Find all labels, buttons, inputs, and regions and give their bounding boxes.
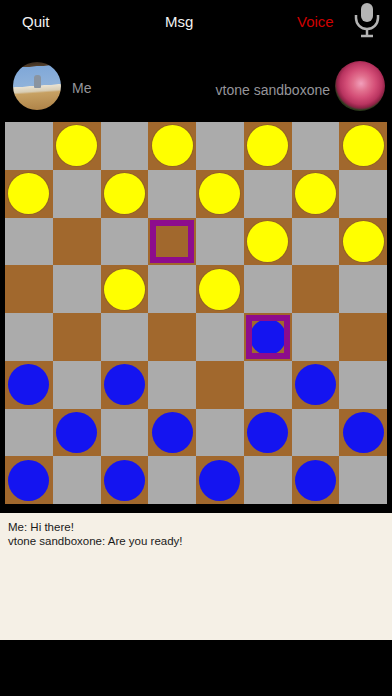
square-r4c2 xyxy=(53,265,101,313)
square-r5c6[interactable] xyxy=(244,313,292,361)
chat-area: Me: Hi there!vtone sandboxone: Are you r… xyxy=(0,513,392,640)
square-r2c6 xyxy=(244,170,292,218)
square-r6c4 xyxy=(148,361,196,409)
yellow-checker-piece[interactable] xyxy=(104,269,145,310)
square-r7c7 xyxy=(292,409,340,457)
square-r7c5 xyxy=(196,409,244,457)
square-r1c6[interactable] xyxy=(244,122,292,170)
square-r5c3 xyxy=(101,313,149,361)
square-r4c7[interactable] xyxy=(292,265,340,313)
microphone-icon[interactable] xyxy=(351,2,383,38)
square-r5c1 xyxy=(5,313,53,361)
yellow-checker-piece[interactable] xyxy=(247,221,288,262)
square-r6c2 xyxy=(53,361,101,409)
square-r4c6 xyxy=(244,265,292,313)
square-r5c8[interactable] xyxy=(339,313,387,361)
square-r8c2 xyxy=(53,456,101,504)
yellow-checker-piece[interactable] xyxy=(295,173,336,214)
square-r6c3[interactable] xyxy=(101,361,149,409)
square-r1c3 xyxy=(101,122,149,170)
blue-checker-piece[interactable] xyxy=(250,319,286,355)
quit-button[interactable]: Quit xyxy=(22,13,50,30)
yellow-checker-piece[interactable] xyxy=(56,125,97,166)
my-player-label: Me xyxy=(72,80,91,96)
my-avatar xyxy=(13,62,61,110)
square-r7c8[interactable] xyxy=(339,409,387,457)
square-r8c7[interactable] xyxy=(292,456,340,504)
square-r6c7[interactable] xyxy=(292,361,340,409)
blue-checker-piece[interactable] xyxy=(56,412,97,453)
square-r8c4 xyxy=(148,456,196,504)
square-r4c8 xyxy=(339,265,387,313)
square-r6c8 xyxy=(339,361,387,409)
square-r3c3 xyxy=(101,218,149,266)
square-r5c4[interactable] xyxy=(148,313,196,361)
bottom-bar: Resign Draw xyxy=(0,640,392,696)
square-r6c5[interactable] xyxy=(196,361,244,409)
blue-checker-piece[interactable] xyxy=(152,412,193,453)
avatar-person-figure xyxy=(34,75,41,88)
square-r7c6[interactable] xyxy=(244,409,292,457)
blue-checker-piece[interactable] xyxy=(295,364,336,405)
square-r6c6 xyxy=(244,361,292,409)
square-r3c6[interactable] xyxy=(244,218,292,266)
checkers-app-screen: Quit Msg Voice Me vtone sandboxone Me: H… xyxy=(0,0,392,696)
square-r2c4 xyxy=(148,170,196,218)
yellow-checker-piece[interactable] xyxy=(247,125,288,166)
blue-checker-piece[interactable] xyxy=(104,460,145,501)
square-r7c4[interactable] xyxy=(148,409,196,457)
opponent-avatar xyxy=(335,61,385,111)
square-r8c8 xyxy=(339,456,387,504)
msg-button[interactable]: Msg xyxy=(165,13,193,30)
square-r5c5 xyxy=(196,313,244,361)
square-r7c2[interactable] xyxy=(53,409,101,457)
square-r7c3 xyxy=(101,409,149,457)
square-r3c1 xyxy=(5,218,53,266)
square-r4c1[interactable] xyxy=(5,265,53,313)
chat-message: vtone sandboxone: Are you ready! xyxy=(8,534,384,548)
square-r7c1 xyxy=(5,409,53,457)
square-r4c3[interactable] xyxy=(101,265,149,313)
checkers-board[interactable] xyxy=(5,122,387,504)
yellow-checker-piece[interactable] xyxy=(343,221,384,262)
square-r2c5[interactable] xyxy=(196,170,244,218)
voice-button[interactable]: Voice xyxy=(297,13,334,30)
square-r8c1[interactable] xyxy=(5,456,53,504)
yellow-checker-piece[interactable] xyxy=(199,173,240,214)
blue-checker-piece[interactable] xyxy=(104,364,145,405)
blue-checker-piece[interactable] xyxy=(199,460,240,501)
square-r3c7 xyxy=(292,218,340,266)
square-r1c5 xyxy=(196,122,244,170)
blue-checker-piece[interactable] xyxy=(8,364,49,405)
square-r4c5[interactable] xyxy=(196,265,244,313)
square-r6c1[interactable] xyxy=(5,361,53,409)
blue-checker-piece[interactable] xyxy=(295,460,336,501)
square-r3c8[interactable] xyxy=(339,218,387,266)
square-r3c5 xyxy=(196,218,244,266)
blue-checker-piece[interactable] xyxy=(343,412,384,453)
square-r8c5[interactable] xyxy=(196,456,244,504)
square-r2c2 xyxy=(53,170,101,218)
square-r1c1 xyxy=(5,122,53,170)
yellow-checker-piece[interactable] xyxy=(8,173,49,214)
square-r2c8 xyxy=(339,170,387,218)
square-r1c4[interactable] xyxy=(148,122,196,170)
yellow-checker-piece[interactable] xyxy=(343,125,384,166)
blue-checker-piece[interactable] xyxy=(8,460,49,501)
square-r1c8[interactable] xyxy=(339,122,387,170)
square-r2c1[interactable] xyxy=(5,170,53,218)
chat-message: Me: Hi there! xyxy=(8,520,384,534)
square-r8c6 xyxy=(244,456,292,504)
square-r8c3[interactable] xyxy=(101,456,149,504)
square-r4c4 xyxy=(148,265,196,313)
blue-checker-piece[interactable] xyxy=(247,412,288,453)
square-r5c2[interactable] xyxy=(53,313,101,361)
square-r1c7 xyxy=(292,122,340,170)
square-r3c2[interactable] xyxy=(53,218,101,266)
square-r5c7 xyxy=(292,313,340,361)
square-r2c3[interactable] xyxy=(101,170,149,218)
square-r1c2[interactable] xyxy=(53,122,101,170)
yellow-checker-piece[interactable] xyxy=(152,125,193,166)
opponent-player-label: vtone sandboxone xyxy=(216,82,330,98)
square-r3c4[interactable] xyxy=(148,218,196,266)
yellow-checker-piece[interactable] xyxy=(199,269,240,310)
yellow-checker-piece[interactable] xyxy=(104,173,145,214)
square-r2c7[interactable] xyxy=(292,170,340,218)
